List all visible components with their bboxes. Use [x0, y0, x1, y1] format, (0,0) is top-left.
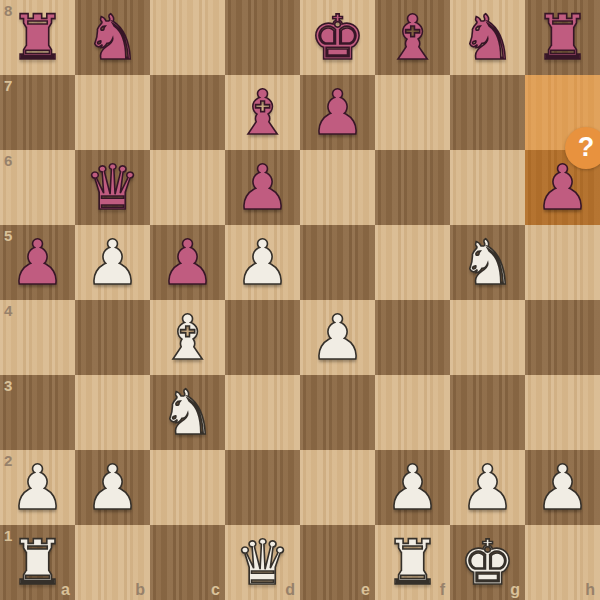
- square-b2[interactable]: ♟: [75, 450, 150, 525]
- square-f8[interactable]: ♝: [375, 0, 450, 75]
- piece-black-knight-g8[interactable]: ♞: [450, 0, 525, 75]
- square-f1[interactable]: f♜: [375, 525, 450, 600]
- square-c3[interactable]: ♞: [150, 375, 225, 450]
- rank-label-3: 3: [4, 377, 12, 394]
- piece-black-queen-b6[interactable]: ♛: [75, 150, 150, 225]
- square-h2[interactable]: ♟: [525, 450, 600, 525]
- file-label-b: b: [135, 581, 145, 599]
- piece-white-pawn-e4[interactable]: ♟: [300, 300, 375, 375]
- square-f3[interactable]: [375, 375, 450, 450]
- square-d6[interactable]: ♟: [225, 150, 300, 225]
- square-b7[interactable]: [75, 75, 150, 150]
- piece-white-rook-a1[interactable]: ♜: [0, 525, 75, 600]
- square-d3[interactable]: [225, 375, 300, 450]
- piece-white-pawn-f2[interactable]: ♟: [375, 450, 450, 525]
- square-h5[interactable]: [525, 225, 600, 300]
- square-e5[interactable]: [300, 225, 375, 300]
- square-h4[interactable]: [525, 300, 600, 375]
- square-d4[interactable]: [225, 300, 300, 375]
- annotation-symbol: ?: [578, 134, 595, 161]
- square-e6[interactable]: [300, 150, 375, 225]
- square-a2[interactable]: 2♟: [0, 450, 75, 525]
- square-c6[interactable]: [150, 150, 225, 225]
- piece-white-pawn-h2[interactable]: ♟: [525, 450, 600, 525]
- piece-black-pawn-c5[interactable]: ♟: [150, 225, 225, 300]
- piece-black-knight-b8[interactable]: ♞: [75, 0, 150, 75]
- square-h1[interactable]: h: [525, 525, 600, 600]
- square-c5[interactable]: ♟: [150, 225, 225, 300]
- piece-white-bishop-c4[interactable]: ♝: [150, 300, 225, 375]
- square-g3[interactable]: [450, 375, 525, 450]
- rank-label-4: 4: [4, 302, 12, 319]
- square-e7[interactable]: ♟: [300, 75, 375, 150]
- square-f6[interactable]: [375, 150, 450, 225]
- piece-white-pawn-g2[interactable]: ♟: [450, 450, 525, 525]
- square-e8[interactable]: ♚: [300, 0, 375, 75]
- square-e4[interactable]: ♟: [300, 300, 375, 375]
- square-b1[interactable]: b: [75, 525, 150, 600]
- file-label-c: c: [211, 581, 220, 599]
- square-d7[interactable]: ♝: [225, 75, 300, 150]
- square-a1[interactable]: 1a♜: [0, 525, 75, 600]
- piece-white-pawn-b2[interactable]: ♟: [75, 450, 150, 525]
- square-f4[interactable]: [375, 300, 450, 375]
- square-a6[interactable]: 6: [0, 150, 75, 225]
- square-e1[interactable]: e: [300, 525, 375, 600]
- rank-label-6: 6: [4, 152, 12, 169]
- piece-white-pawn-b5[interactable]: ♟: [75, 225, 150, 300]
- square-b5[interactable]: ♟: [75, 225, 150, 300]
- piece-black-pawn-e7[interactable]: ♟: [300, 75, 375, 150]
- square-c2[interactable]: [150, 450, 225, 525]
- square-c4[interactable]: ♝: [150, 300, 225, 375]
- square-g7[interactable]: [450, 75, 525, 150]
- square-g6[interactable]: [450, 150, 525, 225]
- square-d2[interactable]: [225, 450, 300, 525]
- piece-black-rook-h8[interactable]: ♜: [525, 0, 600, 75]
- square-b6[interactable]: ♛: [75, 150, 150, 225]
- square-f2[interactable]: ♟: [375, 450, 450, 525]
- square-g5[interactable]: ♞: [450, 225, 525, 300]
- square-a5[interactable]: 5♟: [0, 225, 75, 300]
- square-c8[interactable]: [150, 0, 225, 75]
- square-h8[interactable]: ♜: [525, 0, 600, 75]
- file-label-e: e: [361, 581, 370, 599]
- piece-black-rook-a8[interactable]: ♜: [0, 0, 75, 75]
- piece-white-king-g1[interactable]: ♚: [450, 525, 525, 600]
- piece-black-bishop-f8[interactable]: ♝: [375, 0, 450, 75]
- square-b4[interactable]: [75, 300, 150, 375]
- square-g8[interactable]: ♞: [450, 0, 525, 75]
- piece-white-pawn-d5[interactable]: ♟: [225, 225, 300, 300]
- piece-black-bishop-d7[interactable]: ♝: [225, 75, 300, 150]
- square-a8[interactable]: 8♜: [0, 0, 75, 75]
- piece-black-pawn-a5[interactable]: ♟: [0, 225, 75, 300]
- piece-black-pawn-d6[interactable]: ♟: [225, 150, 300, 225]
- square-f7[interactable]: [375, 75, 450, 150]
- square-f5[interactable]: [375, 225, 450, 300]
- square-a4[interactable]: 4: [0, 300, 75, 375]
- square-g1[interactable]: g♚: [450, 525, 525, 600]
- square-h3[interactable]: [525, 375, 600, 450]
- square-b8[interactable]: ♞: [75, 0, 150, 75]
- square-a3[interactable]: 3: [0, 375, 75, 450]
- piece-white-knight-g5[interactable]: ♞: [450, 225, 525, 300]
- piece-white-pawn-a2[interactable]: ♟: [0, 450, 75, 525]
- piece-black-king-e8[interactable]: ♚: [300, 0, 375, 75]
- square-d5[interactable]: ♟: [225, 225, 300, 300]
- piece-white-queen-d1[interactable]: ♛: [225, 525, 300, 600]
- piece-white-knight-c3[interactable]: ♞: [150, 375, 225, 450]
- square-g4[interactable]: [450, 300, 525, 375]
- rank-label-7: 7: [4, 77, 12, 94]
- square-c1[interactable]: c: [150, 525, 225, 600]
- piece-white-rook-f1[interactable]: ♜: [375, 525, 450, 600]
- square-e2[interactable]: [300, 450, 375, 525]
- square-d1[interactable]: d♛: [225, 525, 300, 600]
- file-label-h: h: [585, 581, 595, 599]
- square-g2[interactable]: ♟: [450, 450, 525, 525]
- square-e3[interactable]: [300, 375, 375, 450]
- square-c7[interactable]: [150, 75, 225, 150]
- square-a7[interactable]: 7: [0, 75, 75, 150]
- mistake-annotation-badge[interactable]: ?: [565, 127, 600, 169]
- square-b3[interactable]: [75, 375, 150, 450]
- square-d8[interactable]: [225, 0, 300, 75]
- chess-board: ? 8♜♞♚♝♞♜7♝♟6♛♟♟5♟♟♟♟♞4♝♟3♞2♟♟♟♟♟1a♜bcd♛…: [0, 0, 600, 600]
